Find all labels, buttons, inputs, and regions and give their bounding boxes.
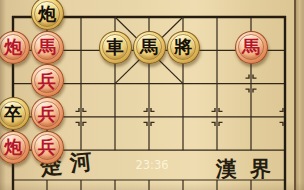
- piece-character: 馬: [242, 38, 260, 56]
- piece-red-horse[interactable]: 馬: [235, 31, 268, 64]
- piece-character: 炮: [4, 38, 22, 56]
- piece-character: 兵: [38, 71, 56, 89]
- piece-red-soldier[interactable]: 兵: [31, 131, 64, 164]
- piece-character: 馬: [38, 38, 56, 56]
- piece-black-horse[interactable]: 馬: [133, 31, 166, 64]
- piece-red-cannon[interactable]: 炮: [0, 31, 30, 64]
- piece-red-cannon[interactable]: 炮: [0, 131, 30, 164]
- piece-character: 將: [174, 38, 192, 56]
- piece-character: 馬: [140, 38, 158, 56]
- piece-black-chariot[interactable]: 車: [99, 31, 132, 64]
- piece-character: 兵: [38, 104, 56, 122]
- piece-character: 炮: [38, 4, 56, 22]
- piece-character: 卒: [4, 104, 22, 122]
- piece-character: 兵: [38, 138, 56, 156]
- piece-black-cannon[interactable]: 炮: [31, 0, 64, 30]
- piece-character: 車: [106, 38, 124, 56]
- piece-black-soldier[interactable]: 卒: [0, 97, 30, 130]
- piece-character: 炮: [4, 138, 22, 156]
- piece-red-soldier[interactable]: 兵: [31, 64, 64, 97]
- piece-red-horse[interactable]: 馬: [31, 31, 64, 64]
- piece-layer: 炮炮馬車馬將馬兵卒兵炮兵: [0, 0, 302, 166]
- piece-red-soldier[interactable]: 兵: [31, 97, 64, 130]
- xiangqi-game-screen: 楚河 漢界 23:36 炮炮馬車馬將馬兵卒兵炮兵: [0, 0, 304, 190]
- piece-black-general[interactable]: 將: [167, 31, 200, 64]
